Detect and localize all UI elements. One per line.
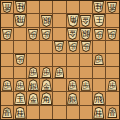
piece-kanji: 歩	[4, 83, 11, 90]
square-4-1[interactable]	[67, 1, 80, 14]
piece-knight-sente[interactable]: 桂	[93, 107, 104, 119]
piece-kanji: 金	[30, 96, 38, 104]
piece-kanji: 角	[42, 96, 50, 104]
square-7-8[interactable]: 金	[27, 92, 40, 106]
square-8-8[interactable]: 玉	[14, 92, 27, 106]
piece-kanji: 歩	[109, 83, 116, 90]
square-3-3[interactable]: 銀	[80, 28, 93, 41]
square-4-6[interactable]	[67, 67, 80, 80]
square-1-7[interactable]: 歩	[106, 79, 119, 92]
square-4-4[interactable]: 歩	[67, 41, 80, 54]
square-1-2[interactable]	[106, 14, 119, 28]
piece-pawn-gote[interactable]: 歩	[15, 54, 25, 65]
piece-pawn-sente[interactable]: 歩	[81, 80, 91, 91]
piece-pawn-sente[interactable]: 歩	[94, 54, 104, 65]
piece-kanji: 飛	[16, 16, 24, 24]
piece-pawn-sente[interactable]: 歩	[15, 80, 25, 91]
piece-kanji: 香	[109, 3, 116, 10]
square-7-4[interactable]	[27, 41, 40, 54]
piece-kanji: 歩	[30, 70, 37, 77]
piece-gold-gote[interactable]: 金	[67, 28, 78, 40]
square-8-3[interactable]	[14, 28, 27, 41]
square-4-5[interactable]	[67, 54, 80, 67]
square-9-6[interactable]	[1, 67, 14, 80]
piece-kanji: 歩	[82, 83, 89, 90]
square-5-9[interactable]	[53, 106, 66, 119]
square-9-8[interactable]	[1, 92, 14, 106]
square-7-3[interactable]: 歩	[27, 28, 40, 41]
piece-lance-gote[interactable]: 香	[107, 2, 117, 13]
piece-kanji: 香	[4, 3, 11, 10]
piece-pawn-sente[interactable]: 歩	[41, 67, 51, 78]
square-2-7[interactable]	[93, 79, 106, 92]
square-6-2[interactable]: 銀	[40, 14, 53, 28]
piece-pawn-gote[interactable]: 歩	[94, 29, 104, 40]
piece-kanji: 桂	[95, 110, 103, 118]
piece-silver-sente[interactable]: 銀	[28, 79, 39, 91]
square-9-3[interactable]: 歩	[1, 28, 14, 41]
square-2-6[interactable]	[93, 67, 106, 80]
piece-kanji: 桂	[16, 110, 24, 118]
square-5-4[interactable]: 歩	[53, 41, 66, 54]
square-3-1[interactable]	[80, 1, 93, 14]
square-2-9[interactable]: 桂	[93, 106, 106, 119]
square-3-4[interactable]: 歩	[80, 41, 93, 54]
square-1-8[interactable]	[106, 92, 119, 106]
square-3-5[interactable]	[80, 54, 93, 67]
square-1-6[interactable]	[106, 67, 119, 80]
square-3-8[interactable]	[80, 92, 93, 106]
square-6-5[interactable]	[40, 54, 53, 67]
piece-kanji: 金	[82, 16, 90, 24]
piece-kanji: 金	[43, 83, 51, 91]
square-9-2[interactable]	[1, 14, 14, 28]
square-6-7[interactable]: 金	[40, 79, 53, 92]
square-5-5[interactable]	[53, 54, 66, 67]
piece-kanji: 銀	[82, 29, 90, 37]
piece-pawn-gote[interactable]: 歩	[54, 41, 64, 52]
piece-kanji: 銀	[30, 83, 38, 91]
piece-gold-gote[interactable]: 金	[80, 15, 91, 27]
piece-kanji: 香	[109, 110, 116, 117]
square-4-7[interactable]: 歩	[67, 79, 80, 92]
piece-kanji: 歩	[109, 30, 116, 37]
piece-pawn-sente[interactable]: 歩	[68, 80, 78, 91]
square-3-6[interactable]	[80, 67, 93, 80]
piece-kanji: 歩	[17, 55, 24, 62]
square-6-3[interactable]: 歩	[40, 28, 53, 41]
piece-pawn-sente[interactable]: 歩	[54, 67, 64, 78]
square-3-9[interactable]	[80, 106, 93, 119]
square-6-1[interactable]	[40, 1, 53, 14]
piece-kanji: 歩	[95, 57, 102, 64]
square-2-5[interactable]: 歩	[93, 54, 106, 67]
piece-kanji: 銀	[43, 16, 51, 24]
square-7-6[interactable]: 歩	[27, 67, 40, 80]
piece-pawn-sente[interactable]: 歩	[28, 67, 38, 78]
piece-kanji: 歩	[30, 30, 37, 37]
square-1-5[interactable]	[106, 54, 119, 67]
piece-pawn-gote[interactable]: 歩	[107, 29, 117, 40]
piece-knight-gote[interactable]: 桂	[93, 1, 104, 13]
piece-knight-sente[interactable]: 桂	[15, 107, 26, 119]
square-9-1[interactable]: 香	[1, 1, 14, 14]
square-6-6[interactable]: 歩	[40, 67, 53, 80]
square-8-7[interactable]: 歩	[14, 79, 27, 92]
piece-kanji: 歩	[95, 30, 102, 37]
square-8-2[interactable]: 飛	[14, 14, 27, 28]
square-8-1[interactable]: 桂	[14, 1, 27, 14]
piece-kanji: 桂	[16, 2, 24, 10]
piece-kanji: 歩	[69, 42, 76, 49]
piece-pawn-gote[interactable]: 歩	[28, 29, 38, 40]
piece-king-gote[interactable]: 王	[93, 14, 105, 27]
square-2-3[interactable]: 歩	[93, 28, 106, 41]
square-5-7[interactable]	[53, 79, 66, 92]
piece-kanji: 角	[69, 16, 77, 24]
piece-kanji: 歩	[43, 70, 50, 77]
piece-pawn-gote[interactable]: 歩	[41, 29, 51, 40]
square-4-3[interactable]: 金	[67, 28, 80, 41]
square-9-9[interactable]: 香	[1, 106, 14, 119]
square-6-9[interactable]	[40, 106, 53, 119]
square-9-5[interactable]	[1, 54, 14, 67]
square-5-1[interactable]	[53, 1, 66, 14]
piece-bishop-sente[interactable]: 角	[40, 92, 52, 105]
square-4-2[interactable]: 角	[67, 14, 80, 28]
square-1-1[interactable]: 香	[106, 1, 119, 14]
square-2-2[interactable]: 王	[93, 14, 106, 28]
square-8-5[interactable]: 歩	[14, 54, 27, 67]
square-7-9[interactable]	[27, 106, 40, 119]
square-6-8[interactable]: 角	[40, 92, 53, 106]
shogi-board: 香桂桂香飛銀角金王歩歩歩金銀歩歩歩歩歩歩歩歩歩歩歩歩銀金歩歩歩玉金角銀飛香桂桂香	[0, 0, 120, 120]
square-1-9[interactable]: 香	[106, 106, 119, 119]
square-2-1[interactable]: 桂	[93, 1, 106, 14]
square-7-5[interactable]	[27, 54, 40, 67]
square-3-7[interactable]: 歩	[80, 79, 93, 92]
piece-kanji: 香	[4, 110, 11, 117]
square-1-4[interactable]	[106, 41, 119, 54]
square-7-2[interactable]	[27, 14, 40, 28]
piece-lance-sente[interactable]: 香	[2, 107, 12, 118]
piece-silver-gote[interactable]: 銀	[80, 28, 91, 40]
piece-kanji: 歩	[4, 30, 11, 37]
square-5-2[interactable]	[53, 14, 66, 28]
square-7-1[interactable]	[27, 1, 40, 14]
piece-kanji: 歩	[56, 70, 63, 77]
piece-silver-sente[interactable]: 銀	[67, 93, 78, 105]
piece-rook-gote[interactable]: 飛	[14, 14, 26, 27]
piece-knight-gote[interactable]: 桂	[15, 1, 26, 13]
piece-kanji: 歩	[43, 30, 50, 37]
piece-lance-gote[interactable]: 香	[2, 2, 12, 13]
square-1-3[interactable]: 歩	[106, 28, 119, 41]
piece-pawn-gote[interactable]: 歩	[68, 41, 78, 52]
square-5-6[interactable]: 歩	[53, 67, 66, 80]
piece-pawn-sente[interactable]: 歩	[2, 80, 12, 91]
square-8-6[interactable]	[14, 67, 27, 80]
piece-kanji: 王	[95, 16, 103, 24]
piece-kanji: 銀	[69, 96, 77, 104]
square-2-8[interactable]: 飛	[93, 92, 106, 106]
square-2-4[interactable]	[93, 41, 106, 54]
piece-king-sente[interactable]: 玉	[14, 92, 26, 105]
square-5-8[interactable]	[53, 92, 66, 106]
square-5-3[interactable]	[53, 28, 66, 41]
square-3-2[interactable]: 金	[80, 14, 93, 28]
square-8-4[interactable]	[14, 41, 27, 54]
piece-kanji: 飛	[95, 96, 103, 104]
piece-bishop-gote[interactable]: 角	[67, 14, 79, 27]
piece-kanji: 玉	[16, 96, 24, 104]
piece-lance-sente[interactable]: 香	[107, 107, 117, 118]
piece-kanji: 金	[69, 29, 77, 37]
piece-pawn-gote[interactable]: 歩	[81, 41, 91, 52]
piece-silver-gote[interactable]: 銀	[41, 15, 52, 27]
square-4-8[interactable]: 銀	[67, 92, 80, 106]
square-8-9[interactable]: 桂	[14, 106, 27, 119]
piece-pawn-sente[interactable]: 歩	[107, 80, 117, 91]
piece-gold-sente[interactable]: 金	[28, 93, 39, 105]
square-9-4[interactable]	[1, 41, 14, 54]
piece-rook-sente[interactable]: 飛	[93, 92, 105, 105]
piece-kanji: 歩	[82, 42, 89, 49]
square-9-7[interactable]: 歩	[1, 79, 14, 92]
piece-gold-sente[interactable]: 金	[41, 79, 52, 91]
piece-kanji: 歩	[69, 83, 76, 90]
piece-kanji: 歩	[17, 83, 24, 90]
square-4-9[interactable]	[67, 106, 80, 119]
piece-kanji: 桂	[95, 2, 103, 10]
square-7-7[interactable]: 銀	[27, 79, 40, 92]
piece-pawn-gote[interactable]: 歩	[2, 29, 12, 40]
square-6-4[interactable]	[40, 41, 53, 54]
